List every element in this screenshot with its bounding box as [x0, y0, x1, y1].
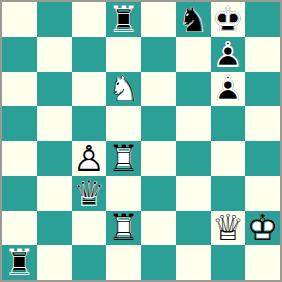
- square-f1[interactable]: [176, 245, 211, 280]
- pawn-glyph-fill: ♟: [211, 72, 246, 107]
- white-king[interactable]: ♚♔: [245, 211, 280, 246]
- square-b2[interactable]: [37, 211, 72, 246]
- square-c2[interactable]: [72, 211, 107, 246]
- square-d4[interactable]: ♜♖: [106, 141, 141, 176]
- square-c3[interactable]: ♛♕: [72, 176, 107, 211]
- square-d1[interactable]: [106, 245, 141, 280]
- square-h4[interactable]: [245, 141, 280, 176]
- square-h3[interactable]: [245, 176, 280, 211]
- pawn-glyph-fill: ♟: [72, 141, 107, 176]
- white-queen[interactable]: ♛♕: [211, 211, 246, 246]
- square-b1[interactable]: [37, 245, 72, 280]
- square-h2[interactable]: ♚♔: [245, 211, 280, 246]
- square-c4[interactable]: ♟♙: [72, 141, 107, 176]
- square-b5[interactable]: [37, 106, 72, 141]
- square-b8[interactable]: [37, 2, 72, 37]
- square-a7[interactable]: [2, 37, 37, 72]
- square-e8[interactable]: [141, 2, 176, 37]
- white-rook[interactable]: ♜♖: [106, 141, 141, 176]
- square-e6[interactable]: [141, 72, 176, 107]
- square-f7[interactable]: [176, 37, 211, 72]
- knight-glyph-outline: ♘: [106, 72, 141, 107]
- square-g3[interactable]: [211, 176, 246, 211]
- square-d2[interactable]: ♜♖: [106, 211, 141, 246]
- square-e4[interactable]: [141, 141, 176, 176]
- square-e5[interactable]: [141, 106, 176, 141]
- square-e1[interactable]: [141, 245, 176, 280]
- square-e2[interactable]: [141, 211, 176, 246]
- rook-glyph-outline: ♖: [106, 141, 141, 176]
- square-c7[interactable]: [72, 37, 107, 72]
- knight-glyph-fill: ♞: [106, 72, 141, 107]
- black-pawn[interactable]: ♟♙: [211, 37, 246, 72]
- square-d7[interactable]: [106, 37, 141, 72]
- chess-board: ♜♖♞♘♚♔♟♙♞♘♟♙♟♙♜♖♛♕♜♖♛♕♚♔♜♖: [2, 2, 280, 280]
- square-h1[interactable]: [245, 245, 280, 280]
- rook-glyph-fill: ♜: [106, 211, 141, 246]
- square-c6[interactable]: [72, 72, 107, 107]
- white-pawn[interactable]: ♟♙: [72, 141, 107, 176]
- square-h5[interactable]: [245, 106, 280, 141]
- square-b4[interactable]: [37, 141, 72, 176]
- knight-glyph-fill: ♞: [176, 2, 211, 37]
- pawn-glyph-outline: ♙: [72, 141, 107, 176]
- square-f2[interactable]: [176, 211, 211, 246]
- square-f8[interactable]: ♞♘: [176, 2, 211, 37]
- square-a6[interactable]: [2, 72, 37, 107]
- rook-glyph-fill: ♜: [106, 141, 141, 176]
- square-f3[interactable]: [176, 176, 211, 211]
- pawn-glyph-outline: ♙: [211, 37, 246, 72]
- black-knight[interactable]: ♞♘: [176, 2, 211, 37]
- square-f5[interactable]: [176, 106, 211, 141]
- chess-board-frame: ♜♖♞♘♚♔♟♙♞♘♟♙♟♙♜♖♛♕♜♖♛♕♚♔♜♖: [0, 0, 282, 282]
- queen-glyph-outline: ♕: [211, 211, 246, 246]
- square-h8[interactable]: [245, 2, 280, 37]
- rook-glyph-outline: ♖: [106, 2, 141, 37]
- square-d6[interactable]: ♞♘: [106, 72, 141, 107]
- square-c8[interactable]: [72, 2, 107, 37]
- square-h7[interactable]: [245, 37, 280, 72]
- square-c5[interactable]: [72, 106, 107, 141]
- square-a5[interactable]: [2, 106, 37, 141]
- rook-glyph-outline: ♖: [106, 211, 141, 246]
- rook-glyph-fill: ♜: [106, 2, 141, 37]
- pawn-glyph-fill: ♟: [211, 37, 246, 72]
- square-b7[interactable]: [37, 37, 72, 72]
- black-queen[interactable]: ♛♕: [72, 176, 107, 211]
- black-king[interactable]: ♚♔: [211, 2, 246, 37]
- square-d3[interactable]: [106, 176, 141, 211]
- square-g4[interactable]: [211, 141, 246, 176]
- king-glyph-fill: ♚: [211, 2, 246, 37]
- square-f4[interactable]: [176, 141, 211, 176]
- square-g6[interactable]: ♟♙: [211, 72, 246, 107]
- square-c1[interactable]: [72, 245, 107, 280]
- square-a1[interactable]: ♜♖: [2, 245, 37, 280]
- rook-glyph-fill: ♜: [2, 245, 37, 280]
- rook-glyph-outline: ♖: [2, 245, 37, 280]
- square-a8[interactable]: [2, 2, 37, 37]
- black-rook[interactable]: ♜♖: [2, 245, 37, 280]
- square-h6[interactable]: [245, 72, 280, 107]
- square-g5[interactable]: [211, 106, 246, 141]
- square-b3[interactable]: [37, 176, 72, 211]
- square-g8[interactable]: ♚♔: [211, 2, 246, 37]
- king-glyph-fill: ♚: [245, 211, 280, 246]
- queen-glyph-fill: ♛: [211, 211, 246, 246]
- square-a2[interactable]: [2, 211, 37, 246]
- square-g7[interactable]: ♟♙: [211, 37, 246, 72]
- black-rook[interactable]: ♜♖: [106, 2, 141, 37]
- square-a4[interactable]: [2, 141, 37, 176]
- square-g2[interactable]: ♛♕: [211, 211, 246, 246]
- square-e3[interactable]: [141, 176, 176, 211]
- king-glyph-outline: ♔: [245, 211, 280, 246]
- pawn-glyph-outline: ♙: [211, 72, 246, 107]
- king-glyph-outline: ♔: [211, 2, 246, 37]
- square-f6[interactable]: [176, 72, 211, 107]
- square-a3[interactable]: [2, 176, 37, 211]
- square-d8[interactable]: ♜♖: [106, 2, 141, 37]
- white-rook[interactable]: ♜♖: [106, 211, 141, 246]
- black-pawn[interactable]: ♟♙: [211, 72, 246, 107]
- square-e7[interactable]: [141, 37, 176, 72]
- square-b6[interactable]: [37, 72, 72, 107]
- square-g1[interactable]: [211, 245, 246, 280]
- square-d5[interactable]: [106, 106, 141, 141]
- queen-glyph-fill: ♛: [72, 176, 107, 211]
- white-knight[interactable]: ♞♘: [106, 72, 141, 107]
- knight-glyph-outline: ♘: [176, 2, 211, 37]
- queen-glyph-outline: ♕: [72, 176, 107, 211]
